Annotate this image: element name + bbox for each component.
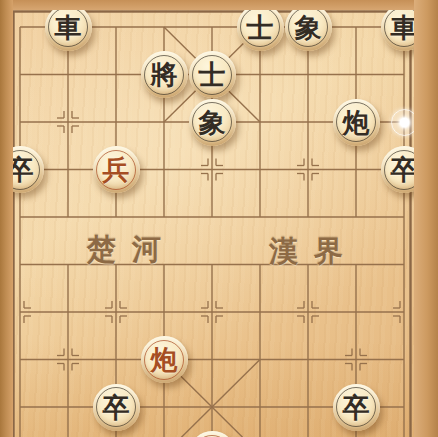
black-advisor-glyph: 士 (199, 61, 226, 88)
black-chariot-glyph: 車 (55, 14, 82, 41)
black-soldier[interactable]: 卒 (0, 146, 44, 193)
black-soldier-glyph: 卒 (103, 394, 130, 421)
black-soldier-glyph: 卒 (7, 156, 34, 183)
black-soldier-glyph: 卒 (343, 394, 370, 421)
xiangqi-board: 楚河 漢界 車士象車將士象炮卒兵卒炮卒卒帥 (0, 0, 438, 437)
black-chariot[interactable]: 車 (45, 4, 92, 51)
red-cannon-glyph: 炮 (151, 346, 178, 373)
black-general[interactable]: 將 (141, 51, 188, 98)
black-cannon-glyph: 炮 (343, 109, 370, 136)
black-chariot-glyph: 車 (391, 14, 418, 41)
black-elephant-glyph: 象 (295, 14, 322, 41)
black-soldier[interactable]: 卒 (333, 384, 380, 431)
black-general-glyph: 將 (151, 61, 178, 88)
black-soldier[interactable]: 卒 (93, 384, 140, 431)
red-cannon[interactable]: 炮 (141, 336, 188, 383)
black-elephant[interactable]: 象 (285, 4, 332, 51)
black-elephant-glyph: 象 (199, 109, 226, 136)
black-advisor[interactable]: 士 (237, 4, 284, 51)
black-soldier-glyph: 卒 (391, 156, 418, 183)
black-chariot[interactable]: 車 (381, 4, 428, 51)
red-soldier-glyph: 兵 (103, 156, 130, 183)
black-cannon[interactable]: 炮 (333, 99, 380, 146)
last-move-origin-dot (400, 118, 409, 127)
river-label-chu-he: 楚河 (54, 230, 194, 270)
black-advisor-glyph: 士 (247, 14, 274, 41)
black-elephant[interactable]: 象 (189, 99, 236, 146)
river-label-han-jie: 漢界 (236, 232, 376, 272)
black-soldier[interactable]: 卒 (381, 146, 428, 193)
black-advisor[interactable]: 士 (189, 51, 236, 98)
red-soldier[interactable]: 兵 (93, 146, 140, 193)
